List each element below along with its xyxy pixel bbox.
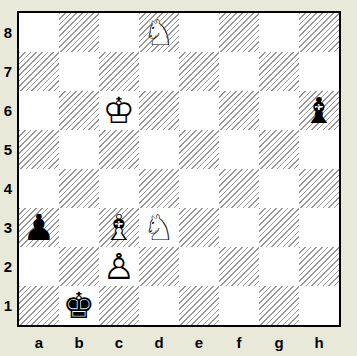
square-d2[interactable] [139, 247, 179, 286]
square-f3[interactable] [219, 208, 259, 247]
square-e5[interactable] [179, 130, 219, 169]
file-label-g: g [259, 327, 299, 356]
piece-glyph: ♙ [99, 247, 139, 286]
square-g7[interactable] [259, 52, 299, 91]
chess-diagram: 87654321 ♞♘♚♔♝♟♝♗♞♘♟♙♚ abcdefgh [0, 0, 357, 356]
square-f4[interactable] [219, 169, 259, 208]
square-b4[interactable] [59, 169, 99, 208]
piece-glyph: ♘ [139, 13, 179, 52]
file-labels: abcdefgh [19, 327, 339, 356]
white-pawn-c2[interactable]: ♟♙ [99, 247, 139, 286]
rank-label-2: 2 [0, 247, 16, 286]
square-e6[interactable] [179, 91, 219, 130]
piece-glyph: ♔ [99, 91, 139, 130]
rank-label-4: 4 [0, 169, 16, 208]
rank-label-1: 1 [0, 286, 16, 325]
square-a5[interactable] [19, 130, 59, 169]
square-g8[interactable] [259, 13, 299, 52]
square-f6[interactable] [219, 91, 259, 130]
square-h5[interactable] [299, 130, 339, 169]
square-h8[interactable] [299, 13, 339, 52]
square-g2[interactable] [259, 247, 299, 286]
square-b7[interactable] [59, 52, 99, 91]
square-c4[interactable] [99, 169, 139, 208]
square-a1[interactable] [19, 286, 59, 325]
square-a6[interactable] [19, 91, 59, 130]
square-d3[interactable]: ♞♘ [139, 208, 179, 247]
file-label-b: b [59, 327, 99, 356]
square-e7[interactable] [179, 52, 219, 91]
square-c2[interactable]: ♟♙ [99, 247, 139, 286]
square-h6[interactable]: ♝ [299, 91, 339, 130]
square-h2[interactable] [299, 247, 339, 286]
square-c6[interactable]: ♚♔ [99, 91, 139, 130]
square-e8[interactable] [179, 13, 219, 52]
white-knight-d8[interactable]: ♞♘ [139, 13, 179, 52]
square-h3[interactable] [299, 208, 339, 247]
square-d6[interactable] [139, 91, 179, 130]
piece-glyph: ♝ [299, 91, 339, 130]
rank-label-6: 6 [0, 91, 16, 130]
chess-board: ♞♘♚♔♝♟♝♗♞♘♟♙♚ [17, 11, 341, 327]
square-g6[interactable] [259, 91, 299, 130]
square-d5[interactable] [139, 130, 179, 169]
square-a3[interactable]: ♟ [19, 208, 59, 247]
rank-label-5: 5 [0, 130, 16, 169]
square-b5[interactable] [59, 130, 99, 169]
square-g4[interactable] [259, 169, 299, 208]
square-g3[interactable] [259, 208, 299, 247]
square-e2[interactable] [179, 247, 219, 286]
black-bishop-h6[interactable]: ♝ [299, 91, 339, 130]
file-label-a: a [19, 327, 59, 356]
square-b3[interactable] [59, 208, 99, 247]
square-e1[interactable] [179, 286, 219, 325]
file-label-c: c [99, 327, 139, 356]
file-label-e: e [179, 327, 219, 356]
square-b6[interactable] [59, 91, 99, 130]
square-f2[interactable] [219, 247, 259, 286]
white-knight-d3[interactable]: ♞♘ [139, 208, 179, 247]
square-e4[interactable] [179, 169, 219, 208]
square-g1[interactable] [259, 286, 299, 325]
square-c3[interactable]: ♝♗ [99, 208, 139, 247]
square-h4[interactable] [299, 169, 339, 208]
square-d4[interactable] [139, 169, 179, 208]
square-a8[interactable] [19, 13, 59, 52]
rank-labels: 87654321 [0, 13, 17, 325]
square-e3[interactable] [179, 208, 219, 247]
piece-glyph: ♗ [99, 208, 139, 247]
square-c7[interactable] [99, 52, 139, 91]
square-f5[interactable] [219, 130, 259, 169]
rank-label-8: 8 [0, 13, 16, 52]
square-b1[interactable]: ♚ [59, 286, 99, 325]
square-a2[interactable] [19, 247, 59, 286]
piece-glyph: ♚ [59, 286, 99, 325]
white-king-c6[interactable]: ♚♔ [99, 91, 139, 130]
piece-glyph: ♟ [19, 208, 59, 247]
square-f7[interactable] [219, 52, 259, 91]
black-pawn-a3[interactable]: ♟ [19, 208, 59, 247]
square-a7[interactable] [19, 52, 59, 91]
file-label-h: h [299, 327, 339, 356]
square-f8[interactable] [219, 13, 259, 52]
square-h1[interactable] [299, 286, 339, 325]
file-label-d: d [139, 327, 179, 356]
square-c1[interactable] [99, 286, 139, 325]
square-h7[interactable] [299, 52, 339, 91]
square-b8[interactable] [59, 13, 99, 52]
rank-label-7: 7 [0, 52, 16, 91]
square-d7[interactable] [139, 52, 179, 91]
square-d8[interactable]: ♞♘ [139, 13, 179, 52]
white-bishop-c3[interactable]: ♝♗ [99, 208, 139, 247]
square-b2[interactable] [59, 247, 99, 286]
rank-label-3: 3 [0, 208, 16, 247]
square-f1[interactable] [219, 286, 259, 325]
file-label-f: f [219, 327, 259, 356]
square-a4[interactable] [19, 169, 59, 208]
square-g5[interactable] [259, 130, 299, 169]
square-d1[interactable] [139, 286, 179, 325]
square-c5[interactable] [99, 130, 139, 169]
square-c8[interactable] [99, 13, 139, 52]
black-king-b1[interactable]: ♚ [59, 286, 99, 325]
piece-glyph: ♘ [139, 208, 179, 247]
